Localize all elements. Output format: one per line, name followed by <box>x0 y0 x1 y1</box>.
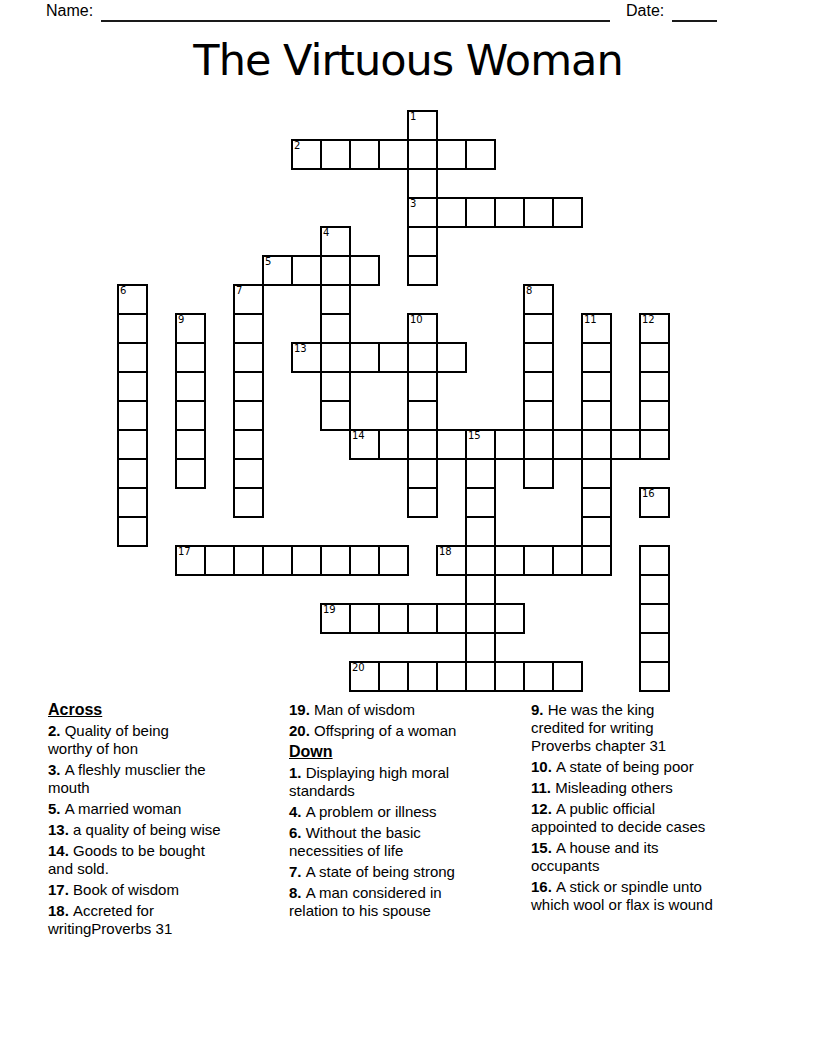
date-label: Date: <box>626 1 664 21</box>
clue-number: 9. <box>531 701 548 718</box>
grid-cell-r15c13[interactable] <box>494 545 525 576</box>
grid-cell-r7c0[interactable] <box>117 313 148 344</box>
clue-text: Misleading others <box>555 779 673 796</box>
clue-19: 19. Man of wisdom <box>289 701 529 719</box>
grid-cell-r1c9[interactable] <box>378 139 409 170</box>
grid-cell-r8c4[interactable] <box>233 342 264 373</box>
grid-cell-r5c7[interactable] <box>320 255 351 286</box>
grid-cell-r17c8[interactable] <box>349 603 380 634</box>
clue-number: 5. <box>48 800 65 817</box>
clue-number: 12. <box>531 800 556 817</box>
grid-cell-r17c12[interactable] <box>465 603 496 634</box>
clue-text: a quality of being wise <box>73 821 221 838</box>
grid-cell-r11c16[interactable] <box>581 429 612 460</box>
grid-cell-r17c18[interactable] <box>639 603 670 634</box>
grid-cell-r5c8[interactable] <box>349 255 380 286</box>
clue-14: 14. Goods to be bought and sold. <box>48 842 286 878</box>
clue-number: 1. <box>289 764 306 781</box>
grid-cell-r15c15[interactable] <box>552 545 583 576</box>
grid-cell-r8c16[interactable] <box>581 342 612 373</box>
grid-cell-r18c18[interactable] <box>639 632 670 663</box>
grid-cell-r11c10[interactable] <box>407 429 438 460</box>
clue-text: He was the king credited for writing Pro… <box>531 701 666 754</box>
clue-7: 7. A state of being strong <box>289 863 529 881</box>
grid-cell-r15c18[interactable] <box>639 545 670 576</box>
grid-cell-r15c14[interactable] <box>523 545 554 576</box>
cell-number-14: 14 <box>352 431 365 441</box>
grid-cell-r1c12[interactable] <box>465 139 496 170</box>
grid-cell-r9c10[interactable] <box>407 371 438 402</box>
grid-cell-r19c11[interactable] <box>436 661 467 692</box>
clue-text: A married woman <box>65 800 182 817</box>
grid-cell-r13c4[interactable] <box>233 487 264 518</box>
grid-cell-r15c12[interactable] <box>465 545 496 576</box>
grid-cell-r6c7[interactable] <box>320 284 351 315</box>
clue-text: A state of being strong <box>306 863 455 880</box>
clue-column-2: 19. Man of wisdom20. Offspring of a woma… <box>289 701 529 923</box>
clue-text: A fleshly musclier the mouth <box>48 761 206 796</box>
grid-cell-r8c9[interactable] <box>378 342 409 373</box>
clue-10: 10. A state of being poor <box>531 758 783 776</box>
grid-cell-r8c2[interactable] <box>175 342 206 373</box>
grid-cell-r11c17[interactable] <box>610 429 641 460</box>
grid-cell-r11c15[interactable] <box>552 429 583 460</box>
grid-cell-r3c13[interactable] <box>494 197 525 228</box>
clue-number: 18. <box>48 902 73 919</box>
grid-cell-r14c16[interactable] <box>581 516 612 547</box>
clue-13: 13. a quality of being wise <box>48 821 286 839</box>
grid-cell-r1c8[interactable] <box>349 139 380 170</box>
clue-number: 3. <box>48 761 65 778</box>
grid-cell-r12c2[interactable] <box>175 458 206 489</box>
cell-number-1: 1 <box>410 112 416 122</box>
clue-column-1: Across2. Quality of being worthy of hon3… <box>48 701 286 941</box>
grid-cell-r10c10[interactable] <box>407 400 438 431</box>
grid-cell-r3c11[interactable] <box>436 197 467 228</box>
clue-number: 4. <box>289 803 306 820</box>
grid-cell-r5c10[interactable] <box>407 255 438 286</box>
grid-cell-r3c12[interactable] <box>465 197 496 228</box>
grid-cell-r8c0[interactable] <box>117 342 148 373</box>
clue-number: 2. <box>48 722 65 739</box>
clue-5: 5. A married woman <box>48 800 286 818</box>
grid-cell-r13c12[interactable] <box>465 487 496 518</box>
grid-cell-r16c18[interactable] <box>639 574 670 605</box>
grid-cell-r15c3[interactable] <box>204 545 235 576</box>
cell-number-2: 2 <box>294 141 300 151</box>
cell-number-19: 19 <box>323 605 336 615</box>
clue-number: 19. <box>289 701 314 718</box>
grid-cell-r15c8[interactable] <box>349 545 380 576</box>
grid-cell-r15c9[interactable] <box>378 545 409 576</box>
clue-number: 7. <box>289 863 306 880</box>
grid-cell-r15c7[interactable] <box>320 545 351 576</box>
name-blank-line <box>101 1 610 22</box>
grid-cell-r11c18[interactable] <box>639 429 670 460</box>
grid-cell-r12c4[interactable] <box>233 458 264 489</box>
clue-text: A public official appointed to decide ca… <box>531 800 705 835</box>
clue-17: 17. Book of wisdom <box>48 881 286 899</box>
grid-cell-r7c14[interactable] <box>523 313 554 344</box>
cell-number-15: 15 <box>468 431 481 441</box>
grid-cell-r15c6[interactable] <box>291 545 322 576</box>
grid-cell-r19c10[interactable] <box>407 661 438 692</box>
grid-cell-r13c16[interactable] <box>581 487 612 518</box>
clue-column-3: 9. He was the king credited for writing … <box>531 701 783 917</box>
clue-number: 10. <box>531 758 556 775</box>
cell-number-16: 16 <box>642 489 655 499</box>
grid-cell-r8c8[interactable] <box>349 342 380 373</box>
grid-cell-r9c0[interactable] <box>117 371 148 402</box>
clue-9: 9. He was the king credited for writing … <box>531 701 783 755</box>
grid-cell-r2c10[interactable] <box>407 168 438 199</box>
grid-cell-r1c10[interactable] <box>407 139 438 170</box>
grid-cell-r4c10[interactable] <box>407 226 438 257</box>
clue-number: 20. <box>289 722 314 739</box>
grid-cell-r17c11[interactable] <box>436 603 467 634</box>
grid-cell-r8c18[interactable] <box>639 342 670 373</box>
grid-cell-r1c11[interactable] <box>436 139 467 170</box>
clue-number: 14. <box>48 842 73 859</box>
clue-text: Book of wisdom <box>73 881 179 898</box>
clue-text: Quality of being worthy of hon <box>48 722 169 757</box>
grid-cell-r9c14[interactable] <box>523 371 554 402</box>
grid-cell-r11c11[interactable] <box>436 429 467 460</box>
grid-cell-r3c14[interactable] <box>523 197 554 228</box>
clue-text: Displaying high moral standards <box>289 764 449 799</box>
cell-number-5: 5 <box>265 257 271 267</box>
clue-list-header-down: Down <box>289 743 529 761</box>
grid-cell-r8c14[interactable] <box>523 342 554 373</box>
grid-cell-r19c14[interactable] <box>523 661 554 692</box>
grid-cell-r8c10[interactable] <box>407 342 438 373</box>
grid-cell-r18c12[interactable] <box>465 632 496 663</box>
grid-cell-r3c15[interactable] <box>552 197 583 228</box>
clue-text: A state of being poor <box>556 758 694 775</box>
grid-cell-r17c10[interactable] <box>407 603 438 634</box>
cell-number-12: 12 <box>642 315 655 325</box>
crossword-grid: 1234567891011121314151617181920 <box>117 110 673 695</box>
grid-cell-r12c0[interactable] <box>117 458 148 489</box>
grid-cell-r8c11[interactable] <box>436 342 467 373</box>
grid-cell-r11c13[interactable] <box>494 429 525 460</box>
grid-cell-r9c4[interactable] <box>233 371 264 402</box>
clue-1: 1. Displaying high moral standards <box>289 764 529 800</box>
clue-number: 8. <box>289 884 306 901</box>
cell-number-13: 13 <box>294 344 307 354</box>
grid-cell-r1c7[interactable] <box>320 139 351 170</box>
grid-cell-r10c18[interactable] <box>639 400 670 431</box>
name-label: Name: <box>46 1 93 21</box>
clue-list-header-across: Across <box>48 701 286 719</box>
grid-cell-r9c18[interactable] <box>639 371 670 402</box>
grid-cell-r9c16[interactable] <box>581 371 612 402</box>
clue-2: 2. Quality of being worthy of hon <box>48 722 286 758</box>
grid-cell-r13c0[interactable] <box>117 487 148 518</box>
page-title: The Virtuous Woman <box>0 34 816 86</box>
clue-text: Without the basic necessities of life <box>289 824 421 859</box>
clue-4: 4. A problem or illness <box>289 803 529 821</box>
grid-cell-r9c7[interactable] <box>320 371 351 402</box>
grid-cell-r17c13[interactable] <box>494 603 525 634</box>
grid-cell-r15c16[interactable] <box>581 545 612 576</box>
grid-cell-r14c0[interactable] <box>117 516 148 547</box>
clue-text: A problem or illness <box>306 803 437 820</box>
cell-number-6: 6 <box>120 286 126 296</box>
grid-cell-r12c16[interactable] <box>581 458 612 489</box>
clue-number: 11. <box>531 779 555 796</box>
clue-number: 6. <box>289 824 306 841</box>
grid-cell-r12c12[interactable] <box>465 458 496 489</box>
clue-8: 8. A man considered in relation to his s… <box>289 884 529 920</box>
grid-cell-r13c10[interactable] <box>407 487 438 518</box>
grid-cell-r19c13[interactable] <box>494 661 525 692</box>
grid-cell-r19c15[interactable] <box>552 661 583 692</box>
clue-number: 17. <box>48 881 73 898</box>
grid-cell-r11c0[interactable] <box>117 429 148 460</box>
cell-number-10: 10 <box>410 315 423 325</box>
grid-cell-r15c4[interactable] <box>233 545 264 576</box>
clue-12: 12. A public official appointed to decid… <box>531 800 783 836</box>
grid-cell-r15c5[interactable] <box>262 545 293 576</box>
grid-cell-r10c7[interactable] <box>320 400 351 431</box>
clue-15: 15. A house and its occupants <box>531 839 783 875</box>
date-blank-line <box>672 1 717 22</box>
cell-number-3: 3 <box>410 199 416 209</box>
cell-number-4: 4 <box>323 228 329 238</box>
cell-number-9: 9 <box>178 315 184 325</box>
clue-18: 18. Accreted for writingProverbs 31 <box>48 902 286 938</box>
grid-cell-r10c4[interactable] <box>233 400 264 431</box>
clue-number: 16. <box>531 878 556 895</box>
cell-number-20: 20 <box>352 663 365 673</box>
clue-number: 13. <box>48 821 73 838</box>
cell-number-17: 17 <box>178 547 191 557</box>
grid-cell-r16c12[interactable] <box>465 574 496 605</box>
clue-6: 6. Without the basic necessities of life <box>289 824 529 860</box>
grid-cell-r8c7[interactable] <box>320 342 351 373</box>
clue-16: 16. A stick or spindle unto which wool o… <box>531 878 783 914</box>
grid-cell-r9c2[interactable] <box>175 371 206 402</box>
grid-cell-r11c2[interactable] <box>175 429 206 460</box>
cell-number-18: 18 <box>439 547 452 557</box>
grid-cell-r19c18[interactable] <box>639 661 670 692</box>
grid-cell-r5c6[interactable] <box>291 255 322 286</box>
grid-cell-r11c4[interactable] <box>233 429 264 460</box>
grid-cell-r12c10[interactable] <box>407 458 438 489</box>
grid-cell-r10c0[interactable] <box>117 400 148 431</box>
grid-cell-r11c9[interactable] <box>378 429 409 460</box>
cell-number-11: 11 <box>584 315 597 325</box>
grid-cell-r10c16[interactable] <box>581 400 612 431</box>
clue-11: 11. Misleading others <box>531 779 783 797</box>
clue-20: 20. Offspring of a woman <box>289 722 529 740</box>
grid-cell-r10c14[interactable] <box>523 400 554 431</box>
clue-text: A man considered in relation to his spou… <box>289 884 442 919</box>
grid-cell-r12c14[interactable] <box>523 458 554 489</box>
grid-cell-r11c14[interactable] <box>523 429 554 460</box>
grid-cell-r19c12[interactable] <box>465 661 496 692</box>
clue-text: A stick or spindle unto which wool or fl… <box>531 878 713 913</box>
cell-number-7: 7 <box>236 286 242 296</box>
clue-3: 3. A fleshly musclier the mouth <box>48 761 286 797</box>
grid-cell-r17c9[interactable] <box>378 603 409 634</box>
clue-text: Offspring of a woman <box>314 722 456 739</box>
grid-cell-r19c9[interactable] <box>378 661 409 692</box>
grid-cell-r7c4[interactable] <box>233 313 264 344</box>
clue-number: 15. <box>531 839 556 856</box>
grid-cell-r14c12[interactable] <box>465 516 496 547</box>
clue-text: Man of wisdom <box>314 701 415 718</box>
grid-cell-r7c7[interactable] <box>320 313 351 344</box>
cell-number-8: 8 <box>526 286 532 296</box>
grid-cell-r10c2[interactable] <box>175 400 206 431</box>
